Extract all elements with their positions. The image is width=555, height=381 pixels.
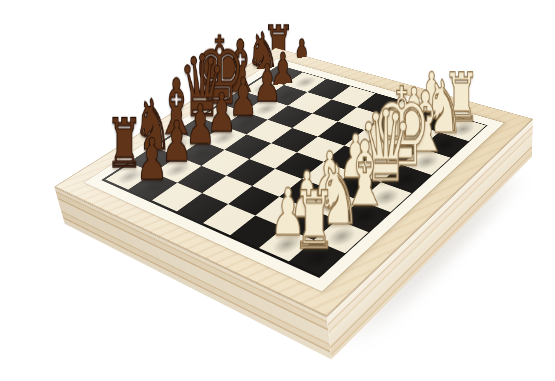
- piece-glyph: ♞: [315, 158, 360, 236]
- piece-glyph: ♟: [270, 182, 305, 243]
- piece-glyph: ♟: [313, 145, 347, 203]
- product-photo: ♜♞♝♛♚♝♞♜♟♟♟♟♟♟♟♟♟♟♟♟♟♟♟♟♜♞♝♛♚♝♞♜: [0, 0, 555, 381]
- chess-box: ♜♞♝♛♚♝♞♜♟♟♟♟♟♟♟♟♟♟♟♟♟♟♟♟♜♞♝♛♚♝♞♜: [54, 48, 533, 317]
- piece-glyph: ♟: [290, 165, 325, 225]
- perspective-scene: ♜♞♝♛♚♝♞♜♟♟♟♟♟♟♟♟♟♟♟♟♟♟♟♟♜♞♝♛♚♝♞♜: [0, 0, 555, 381]
- piece-glyph: ♜: [292, 184, 335, 259]
- camera-roll-wrapper: ♜♞♝♛♚♝♞♜♟♟♟♟♟♟♟♟♟♟♟♟♟♟♟♟♜♞♝♛♚♝♞♜: [0, 0, 555, 381]
